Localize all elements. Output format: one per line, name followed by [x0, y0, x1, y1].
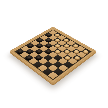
- checkers-board: [10, 27, 97, 84]
- board-photo: [0, 0, 108, 108]
- board-frame: [10, 27, 97, 84]
- playing-area: [15, 30, 92, 80]
